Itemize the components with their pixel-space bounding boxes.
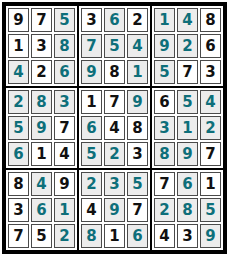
box-8: 235497816 <box>78 169 151 251</box>
cell-r7c9[interactable]: 1 <box>200 172 221 196</box>
cell-r8c2[interactable]: 6 <box>31 198 52 222</box>
cell-r7c5[interactable]: 3 <box>104 172 125 196</box>
cell-r2c9[interactable]: 6 <box>200 34 221 58</box>
cell-r4c5[interactable]: 7 <box>104 90 125 114</box>
cell-r3c5[interactable]: 8 <box>104 60 125 84</box>
cell-r5c1[interactable]: 5 <box>8 116 29 140</box>
cell-r5c9[interactable]: 2 <box>200 116 221 140</box>
cell-r2c1[interactable]: 1 <box>8 34 29 58</box>
cell-r3c1[interactable]: 4 <box>8 60 29 84</box>
cell-r1c9[interactable]: 8 <box>200 8 221 32</box>
cell-r9c2[interactable]: 5 <box>31 224 52 248</box>
cell-r8c8[interactable]: 8 <box>177 198 198 222</box>
box-9: 761285439 <box>151 169 224 251</box>
cell-r9c1[interactable]: 7 <box>8 224 29 248</box>
cell-r9c5[interactable]: 1 <box>104 224 125 248</box>
cell-r5c8[interactable]: 1 <box>177 116 198 140</box>
cell-r8c4[interactable]: 4 <box>81 198 102 222</box>
cell-r6c9[interactable]: 7 <box>200 142 221 166</box>
cell-r4c3[interactable]: 3 <box>54 90 75 114</box>
cell-r4c6[interactable]: 9 <box>127 90 148 114</box>
cell-r3c2[interactable]: 2 <box>31 60 52 84</box>
cell-r7c4[interactable]: 2 <box>81 172 102 196</box>
cell-r8c3[interactable]: 1 <box>54 198 75 222</box>
cell-r1c6[interactable]: 2 <box>127 8 148 32</box>
cell-r9c8[interactable]: 3 <box>177 224 198 248</box>
cell-r7c3[interactable]: 9 <box>54 172 75 196</box>
cell-r1c4[interactable]: 3 <box>81 8 102 32</box>
box-6: 654312897 <box>151 87 224 169</box>
cell-r3c3[interactable]: 6 <box>54 60 75 84</box>
cell-r6c2[interactable]: 1 <box>31 142 52 166</box>
cell-r6c6[interactable]: 3 <box>127 142 148 166</box>
cell-r1c1[interactable]: 9 <box>8 8 29 32</box>
cell-r3c9[interactable]: 3 <box>200 60 221 84</box>
cell-r5c6[interactable]: 8 <box>127 116 148 140</box>
cell-r2c8[interactable]: 2 <box>177 34 198 58</box>
box-5: 179648523 <box>78 87 151 169</box>
cell-r6c1[interactable]: 6 <box>8 142 29 166</box>
box-7: 849361752 <box>5 169 78 251</box>
cell-r2c3[interactable]: 8 <box>54 34 75 58</box>
box-2: 362754981 <box>78 5 151 87</box>
cell-r9c4[interactable]: 8 <box>81 224 102 248</box>
box-1: 975138426 <box>5 5 78 87</box>
cell-r4c1[interactable]: 2 <box>8 90 29 114</box>
cell-r1c5[interactable]: 6 <box>104 8 125 32</box>
box-4: 283597614 <box>5 87 78 169</box>
cell-r4c2[interactable]: 8 <box>31 90 52 114</box>
cell-r9c6[interactable]: 6 <box>127 224 148 248</box>
cell-r1c7[interactable]: 1 <box>154 8 175 32</box>
cell-r9c9[interactable]: 9 <box>200 224 221 248</box>
cell-r6c4[interactable]: 5 <box>81 142 102 166</box>
cell-r2c6[interactable]: 4 <box>127 34 148 58</box>
cell-r6c5[interactable]: 2 <box>104 142 125 166</box>
cell-r4c9[interactable]: 4 <box>200 90 221 114</box>
cell-r9c7[interactable]: 4 <box>154 224 175 248</box>
cell-r8c5[interactable]: 9 <box>104 198 125 222</box>
cell-r3c8[interactable]: 7 <box>177 60 198 84</box>
cell-r3c7[interactable]: 5 <box>154 60 175 84</box>
cell-r5c3[interactable]: 7 <box>54 116 75 140</box>
cell-r9c3[interactable]: 2 <box>54 224 75 248</box>
cell-r8c6[interactable]: 7 <box>127 198 148 222</box>
cell-r7c1[interactable]: 8 <box>8 172 29 196</box>
cell-r6c3[interactable]: 4 <box>54 142 75 166</box>
cell-r1c2[interactable]: 7 <box>31 8 52 32</box>
cell-r2c4[interactable]: 7 <box>81 34 102 58</box>
cell-r1c3[interactable]: 5 <box>54 8 75 32</box>
cell-r2c5[interactable]: 5 <box>104 34 125 58</box>
cell-r3c4[interactable]: 9 <box>81 60 102 84</box>
cell-r7c6[interactable]: 5 <box>127 172 148 196</box>
cell-r4c7[interactable]: 6 <box>154 90 175 114</box>
cell-r6c7[interactable]: 8 <box>154 142 175 166</box>
sudoku-board: 9751384263627549811489265732835976141796… <box>2 2 227 254</box>
cell-r5c2[interactable]: 9 <box>31 116 52 140</box>
cell-r5c7[interactable]: 3 <box>154 116 175 140</box>
cell-r2c2[interactable]: 3 <box>31 34 52 58</box>
cell-r8c1[interactable]: 3 <box>8 198 29 222</box>
cell-r7c7[interactable]: 7 <box>154 172 175 196</box>
cell-r8c7[interactable]: 2 <box>154 198 175 222</box>
cell-r1c8[interactable]: 4 <box>177 8 198 32</box>
cell-r2c7[interactable]: 9 <box>154 34 175 58</box>
cell-r7c8[interactable]: 6 <box>177 172 198 196</box>
cell-r5c4[interactable]: 6 <box>81 116 102 140</box>
cell-r4c8[interactable]: 5 <box>177 90 198 114</box>
cell-r8c9[interactable]: 5 <box>200 198 221 222</box>
cell-r5c5[interactable]: 4 <box>104 116 125 140</box>
box-3: 148926573 <box>151 5 224 87</box>
cell-r3c6[interactable]: 1 <box>127 60 148 84</box>
cell-r6c8[interactable]: 9 <box>177 142 198 166</box>
cell-r4c4[interactable]: 1 <box>81 90 102 114</box>
cell-r7c2[interactable]: 4 <box>31 172 52 196</box>
